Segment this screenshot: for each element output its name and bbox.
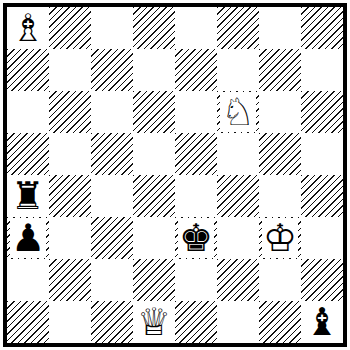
square-b3[interactable] [49, 217, 91, 259]
square-c1[interactable] [91, 301, 133, 343]
square-h3[interactable] [301, 217, 343, 259]
square-a4[interactable]: ♜ [7, 175, 49, 217]
square-h2[interactable] [301, 259, 343, 301]
square-a8[interactable]: ♗ [7, 7, 49, 49]
square-f7[interactable] [217, 49, 259, 91]
square-h1[interactable]: ♝ [301, 301, 343, 343]
square-h6[interactable] [301, 91, 343, 133]
square-a2[interactable] [7, 259, 49, 301]
square-a3[interactable]: ♟ [7, 217, 49, 259]
white-king[interactable]: ♔ [262, 218, 298, 258]
square-f4[interactable] [217, 175, 259, 217]
square-e2[interactable] [175, 259, 217, 301]
square-e7[interactable] [175, 49, 217, 91]
square-g1[interactable] [259, 301, 301, 343]
square-h8[interactable] [301, 7, 343, 49]
square-b1[interactable] [49, 301, 91, 343]
square-c2[interactable] [91, 259, 133, 301]
square-b5[interactable] [49, 133, 91, 175]
square-a7[interactable] [7, 49, 49, 91]
square-d6[interactable] [133, 91, 175, 133]
square-d3[interactable] [133, 217, 175, 259]
square-h5[interactable] [301, 133, 343, 175]
white-knight[interactable]: ♘ [220, 92, 256, 132]
square-g7[interactable] [259, 49, 301, 91]
square-f8[interactable] [217, 7, 259, 49]
square-b6[interactable] [49, 91, 91, 133]
square-h4[interactable] [301, 175, 343, 217]
square-d2[interactable] [133, 259, 175, 301]
black-pawn[interactable]: ♟ [10, 218, 46, 258]
square-b2[interactable] [49, 259, 91, 301]
black-king[interactable]: ♚ [178, 218, 214, 258]
square-g8[interactable] [259, 7, 301, 49]
square-b7[interactable] [49, 49, 91, 91]
square-e6[interactable] [175, 91, 217, 133]
square-g6[interactable] [259, 91, 301, 133]
square-f1[interactable] [217, 301, 259, 343]
square-b8[interactable] [49, 7, 91, 49]
square-c6[interactable] [91, 91, 133, 133]
white-bishop[interactable]: ♗ [10, 8, 46, 48]
square-h7[interactable] [301, 49, 343, 91]
black-bishop[interactable]: ♝ [304, 302, 340, 342]
square-e5[interactable] [175, 133, 217, 175]
chess-diagram: ♗♘♜♟♚♔♕♝ [0, 0, 350, 350]
square-c3[interactable] [91, 217, 133, 259]
square-d1[interactable]: ♕ [133, 301, 175, 343]
square-a1[interactable] [7, 301, 49, 343]
square-e4[interactable] [175, 175, 217, 217]
square-e1[interactable] [175, 301, 217, 343]
square-e8[interactable] [175, 7, 217, 49]
square-a6[interactable] [7, 91, 49, 133]
square-b4[interactable] [49, 175, 91, 217]
square-c7[interactable] [91, 49, 133, 91]
square-f6[interactable]: ♘ [217, 91, 259, 133]
square-c4[interactable] [91, 175, 133, 217]
square-f5[interactable] [217, 133, 259, 175]
square-e3[interactable]: ♚ [175, 217, 217, 259]
square-d7[interactable] [133, 49, 175, 91]
square-d4[interactable] [133, 175, 175, 217]
square-c8[interactable] [91, 7, 133, 49]
square-c5[interactable] [91, 133, 133, 175]
square-f3[interactable] [217, 217, 259, 259]
white-queen[interactable]: ♕ [136, 302, 172, 342]
chess-board: ♗♘♜♟♚♔♕♝ [3, 3, 347, 347]
square-g5[interactable] [259, 133, 301, 175]
square-g2[interactable] [259, 259, 301, 301]
square-g3[interactable]: ♔ [259, 217, 301, 259]
square-f2[interactable] [217, 259, 259, 301]
black-rook[interactable]: ♜ [10, 176, 46, 216]
square-d5[interactable] [133, 133, 175, 175]
square-a5[interactable] [7, 133, 49, 175]
square-g4[interactable] [259, 175, 301, 217]
square-d8[interactable] [133, 7, 175, 49]
